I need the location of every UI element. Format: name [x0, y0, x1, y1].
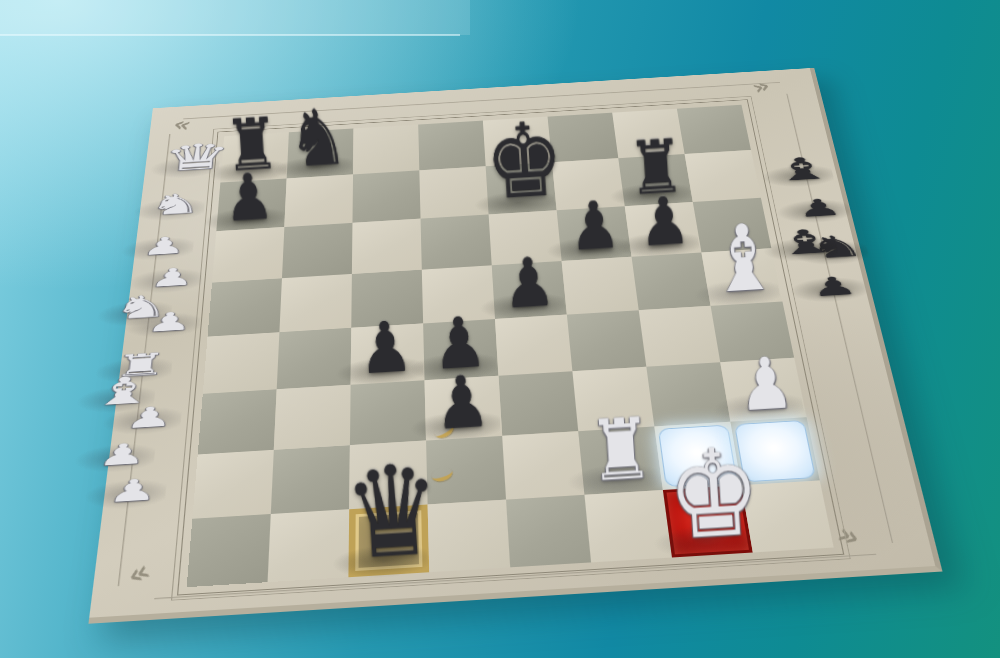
white-queen: ♛: [161, 138, 223, 177]
square-d8[interactable]: [418, 120, 485, 170]
square-e7[interactable]: ♚: [486, 162, 557, 214]
black-king[interactable]: ♚: [482, 110, 556, 216]
square-g6[interactable]: ♟: [625, 202, 702, 257]
corner-chevron-bottom-left: «: [122, 554, 156, 593]
square-c6[interactable]: [352, 219, 422, 274]
square-e2[interactable]: [502, 431, 584, 499]
stone-chessboard-table: » » « « ♜♞♟♚♜♟♟♟♝♟♟♟♟♜♛♚ ♛♞♟♟♞♟♜♝♟♟♟♝♟♞♝…: [88, 68, 942, 624]
black-pawn: ♟: [799, 272, 868, 301]
piece-shadow: [81, 477, 167, 512]
square-f1[interactable]: [584, 490, 671, 562]
background-wall-band: [0, 0, 470, 35]
black-pawn[interactable]: ♟: [422, 364, 502, 440]
square-a7[interactable]: ♟: [216, 178, 286, 231]
captured-black-bishop: ♝: [766, 137, 836, 187]
square-f2[interactable]: ♜: [578, 427, 663, 495]
square-f5[interactable]: [562, 257, 639, 315]
square-d6[interactable]: [421, 214, 492, 269]
square-g3[interactable]: [646, 362, 730, 426]
white-knight: ♞: [145, 188, 208, 219]
black-pawn[interactable]: ♟: [347, 311, 425, 385]
square-b3[interactable]: [274, 385, 351, 450]
square-a1[interactable]: [187, 514, 271, 587]
white-pawn: ♟: [114, 401, 183, 433]
square-d7[interactable]: [419, 166, 488, 218]
square-b1[interactable]: [268, 509, 350, 582]
black-pawn[interactable]: ♟: [558, 191, 632, 261]
square-c7[interactable]: [352, 170, 420, 222]
square-a3[interactable]: [198, 389, 277, 454]
square-a2[interactable]: [192, 450, 273, 519]
black-knight: ♞: [802, 230, 871, 264]
square-g4[interactable]: [639, 306, 721, 367]
white-pawn: ♟: [87, 438, 158, 471]
chess-game-scene: » » « « ♜♞♟♚♜♟♟♟♝♟♟♟♟♜♛♚ ♛♞♟♟♞♟♜♝♟♟♟♝♟♞♝…: [0, 0, 1000, 658]
square-g1[interactable]: ♚: [663, 485, 753, 557]
white-bishop: ♝: [88, 370, 158, 411]
square-b2[interactable]: [271, 445, 350, 514]
square-a6[interactable]: [212, 227, 284, 282]
corner-chevron-top-right: »: [746, 75, 775, 99]
square-b6[interactable]: [282, 223, 352, 278]
square-c4[interactable]: ♟: [351, 323, 425, 384]
square-b4[interactable]: [277, 328, 352, 390]
captured-white-knight: ♞: [144, 171, 208, 221]
white-rook[interactable]: ♜: [579, 406, 662, 495]
square-h5[interactable]: ♝: [701, 248, 782, 306]
square-e3[interactable]: [498, 371, 578, 436]
square-b8[interactable]: ♞: [287, 128, 354, 178]
square-a4[interactable]: [203, 332, 280, 394]
piece-shadow: [71, 441, 156, 475]
square-h3[interactable]: ♟: [720, 358, 806, 422]
white-pawn: ♟: [136, 307, 202, 336]
square-e4[interactable]: [495, 315, 572, 376]
square-e5[interactable]: ♟: [492, 261, 567, 319]
white-pawn[interactable]: ♟: [726, 346, 806, 422]
black-knight[interactable]: ♞: [282, 97, 353, 179]
background-wall-seam: [0, 34, 460, 36]
captured-white-pawn: ♟: [86, 408, 160, 472]
square-d3[interactable]: ♟: [425, 376, 503, 441]
white-pawn: ♟: [132, 232, 195, 259]
black-pawn[interactable]: ♟: [627, 187, 701, 257]
square-f6[interactable]: ♟: [557, 206, 632, 261]
black-pawn[interactable]: ♟: [491, 247, 567, 319]
square-c8[interactable]: [353, 124, 419, 174]
white-king[interactable]: ♚: [664, 432, 752, 558]
black-queen[interactable]: ♛: [341, 448, 429, 578]
square-c3[interactable]: [350, 380, 426, 445]
captured-white-queen: ♛: [161, 130, 223, 178]
square-e1[interactable]: [506, 495, 591, 568]
captured-white-pawn: ♟: [114, 373, 186, 435]
white-pawn: ♟: [97, 473, 169, 507]
square-b7[interactable]: [284, 174, 353, 227]
square-c1[interactable]: ♛: [348, 504, 429, 577]
square-f4[interactable]: [567, 310, 646, 371]
black-bishop: ♝: [769, 152, 836, 186]
